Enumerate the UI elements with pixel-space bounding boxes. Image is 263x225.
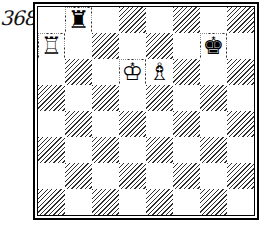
square-d5 [119, 85, 146, 111]
square-h3 [227, 137, 254, 163]
square-f3 [173, 137, 200, 163]
square-b6 [65, 59, 92, 85]
square-f2 [173, 163, 200, 189]
square-g8 [200, 7, 227, 33]
piece-white-rook: ♖ [39, 34, 64, 59]
piece-black-rook: ♜ [66, 8, 91, 33]
square-b8: ♜ [65, 7, 92, 33]
square-d7 [119, 33, 146, 59]
square-d1 [119, 189, 146, 215]
square-e3 [146, 137, 173, 163]
square-e6: ♗ [146, 59, 173, 85]
square-f6 [173, 59, 200, 85]
square-h2 [227, 163, 254, 189]
square-d4 [119, 111, 146, 137]
square-e2 [146, 163, 173, 189]
square-h6 [227, 59, 254, 85]
square-a7: ♖ [38, 33, 65, 59]
piece-black-king: ♚ [201, 34, 226, 59]
square-e7 [146, 33, 173, 59]
square-g7: ♚ [200, 33, 227, 59]
square-a8 [38, 7, 65, 33]
square-g4 [200, 111, 227, 137]
square-d3 [119, 137, 146, 163]
square-a2 [38, 163, 65, 189]
square-c5 [92, 85, 119, 111]
square-c1 [92, 189, 119, 215]
piece-white-bishop: ♗ [147, 60, 172, 85]
square-c4 [92, 111, 119, 137]
square-h5 [227, 85, 254, 111]
square-a3 [38, 137, 65, 163]
square-d8 [119, 7, 146, 33]
square-h8 [227, 7, 254, 33]
square-g5 [200, 85, 227, 111]
board-grid: ♜♖♚♔♗ [37, 6, 255, 216]
square-g2 [200, 163, 227, 189]
square-a6 [38, 59, 65, 85]
square-e8 [146, 7, 173, 33]
piece-white-king: ♔ [120, 60, 145, 85]
square-g3 [200, 137, 227, 163]
square-g6 [200, 59, 227, 85]
square-c8 [92, 7, 119, 33]
square-e5 [146, 85, 173, 111]
chess-diagram-page: 368 ♜♖♚♔♗ [0, 0, 263, 225]
square-c3 [92, 137, 119, 163]
square-b7 [65, 33, 92, 59]
square-h1 [227, 189, 254, 215]
chess-board: ♜♖♚♔♗ [33, 2, 259, 220]
square-b4 [65, 111, 92, 137]
square-c6 [92, 59, 119, 85]
square-h7 [227, 33, 254, 59]
square-e1 [146, 189, 173, 215]
square-c7 [92, 33, 119, 59]
square-e4 [146, 111, 173, 137]
square-d2 [119, 163, 146, 189]
square-a4 [38, 111, 65, 137]
square-a1 [38, 189, 65, 215]
diagram-number: 368 [0, 6, 32, 30]
square-f8 [173, 7, 200, 33]
square-f7 [173, 33, 200, 59]
square-b3 [65, 137, 92, 163]
square-a5 [38, 85, 65, 111]
square-c2 [92, 163, 119, 189]
square-f1 [173, 189, 200, 215]
square-f5 [173, 85, 200, 111]
square-b5 [65, 85, 92, 111]
square-g1 [200, 189, 227, 215]
square-h4 [227, 111, 254, 137]
square-d6: ♔ [119, 59, 146, 85]
square-f4 [173, 111, 200, 137]
square-b1 [65, 189, 92, 215]
square-b2 [65, 163, 92, 189]
